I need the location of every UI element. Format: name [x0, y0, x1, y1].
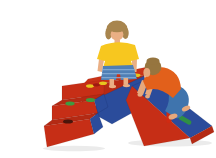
standing-child-shorts-stripe-2	[102, 73, 136, 74]
crawling-child-hand-left	[137, 93, 142, 97]
standing-child-shorts-stripe-3	[102, 77, 137, 78]
crawling-child-hair-tuft	[147, 58, 160, 65]
crawling-child-hand-right	[145, 95, 150, 99]
platform-crimson-dot-1	[93, 83, 100, 86]
standing-child-foot-right	[123, 84, 130, 87]
step2-green-dot-right	[86, 98, 95, 102]
platform-yellow-dot-2	[99, 82, 107, 86]
standing-child-fringe	[108, 22, 126, 32]
standing-child-foot-left	[109, 85, 116, 88]
standing-child-leg-right	[124, 78, 129, 85]
standing-child-leg-left	[110, 79, 115, 86]
step1-dark-dot	[63, 120, 73, 124]
standing-child-shorts-stripe-1	[103, 69, 135, 70]
platform-yellow-dot-1	[86, 84, 94, 88]
step2-green-dot-left	[65, 102, 74, 106]
product-photo	[40, 16, 216, 158]
stairs-shadow	[43, 146, 105, 152]
crawling-child-face	[143, 68, 150, 77]
